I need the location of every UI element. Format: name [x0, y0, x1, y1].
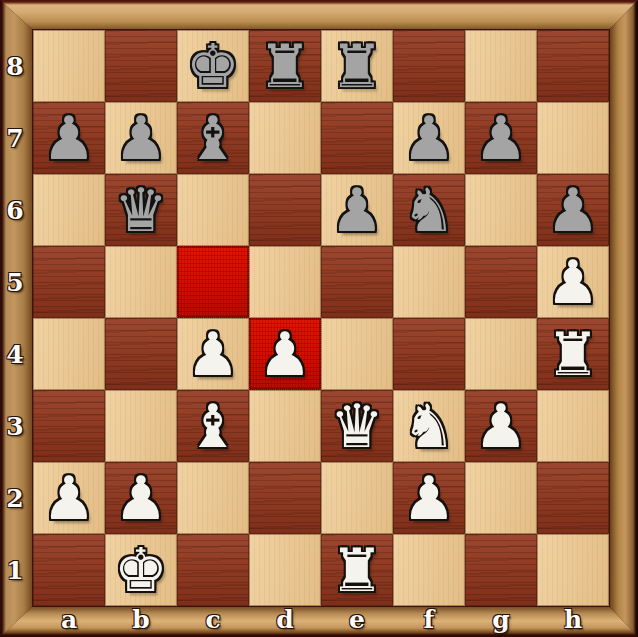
- square-g8[interactable]: [465, 30, 537, 102]
- piece-white-bishop[interactable]: ♝: [177, 390, 249, 462]
- piece-white-pawn[interactable]: ♟: [105, 462, 177, 534]
- square-e6[interactable]: ♟: [321, 174, 393, 246]
- square-a1[interactable]: [33, 534, 105, 606]
- square-f4[interactable]: [393, 318, 465, 390]
- square-b4[interactable]: [105, 318, 177, 390]
- file-label-g: g: [465, 604, 537, 634]
- piece-white-queen[interactable]: ♛: [321, 390, 393, 462]
- rank-label-4: 4: [0, 318, 30, 390]
- square-c2[interactable]: [177, 462, 249, 534]
- piece-black-queen[interactable]: ♛: [105, 174, 177, 246]
- square-e1[interactable]: ♜: [321, 534, 393, 606]
- piece-black-pawn[interactable]: ♟: [465, 102, 537, 174]
- chess-board[interactable]: ♚♜♜♟♟♝♟♟♛♟♞♟♟♟♟♜♝♛♞♟♟♟♟♚♜: [33, 30, 609, 606]
- file-label-c: c: [177, 604, 249, 634]
- square-h8[interactable]: [537, 30, 609, 102]
- piece-white-pawn[interactable]: ♟: [537, 246, 609, 318]
- piece-black-pawn[interactable]: ♟: [393, 102, 465, 174]
- square-a6[interactable]: [33, 174, 105, 246]
- square-d7[interactable]: [249, 102, 321, 174]
- square-a4[interactable]: [33, 318, 105, 390]
- square-d2[interactable]: [249, 462, 321, 534]
- square-a3[interactable]: [33, 390, 105, 462]
- square-a7[interactable]: ♟: [33, 102, 105, 174]
- square-f1[interactable]: [393, 534, 465, 606]
- piece-black-rook[interactable]: ♜: [249, 30, 321, 102]
- square-d6[interactable]: [249, 174, 321, 246]
- square-g4[interactable]: [465, 318, 537, 390]
- square-c7[interactable]: ♝: [177, 102, 249, 174]
- square-g2[interactable]: [465, 462, 537, 534]
- square-f7[interactable]: ♟: [393, 102, 465, 174]
- square-g5[interactable]: [465, 246, 537, 318]
- rank-label-1: 1: [0, 534, 30, 606]
- square-b7[interactable]: ♟: [105, 102, 177, 174]
- square-e7[interactable]: [321, 102, 393, 174]
- piece-white-pawn[interactable]: ♟: [33, 462, 105, 534]
- square-d4[interactable]: ♟: [249, 318, 321, 390]
- square-e8[interactable]: ♜: [321, 30, 393, 102]
- file-label-b: b: [105, 604, 177, 634]
- rank-label-6: 6: [0, 174, 30, 246]
- piece-black-pawn[interactable]: ♟: [33, 102, 105, 174]
- square-g3[interactable]: ♟: [465, 390, 537, 462]
- square-e2[interactable]: [321, 462, 393, 534]
- square-e5[interactable]: [321, 246, 393, 318]
- piece-black-king[interactable]: ♚: [177, 30, 249, 102]
- rank-label-8: 8: [0, 30, 30, 102]
- square-e3[interactable]: ♛: [321, 390, 393, 462]
- file-labels: abcdefgh: [33, 604, 609, 634]
- piece-white-rook[interactable]: ♜: [321, 534, 393, 606]
- piece-black-rook[interactable]: ♜: [321, 30, 393, 102]
- square-b8[interactable]: [105, 30, 177, 102]
- square-b1[interactable]: ♚: [105, 534, 177, 606]
- square-f5[interactable]: [393, 246, 465, 318]
- square-b6[interactable]: ♛: [105, 174, 177, 246]
- square-c3[interactable]: ♝: [177, 390, 249, 462]
- square-d8[interactable]: ♜: [249, 30, 321, 102]
- square-f2[interactable]: ♟: [393, 462, 465, 534]
- square-c1[interactable]: [177, 534, 249, 606]
- square-h6[interactable]: ♟: [537, 174, 609, 246]
- square-h7[interactable]: [537, 102, 609, 174]
- piece-black-bishop[interactable]: ♝: [177, 102, 249, 174]
- square-h3[interactable]: [537, 390, 609, 462]
- rank-label-7: 7: [0, 102, 30, 174]
- piece-white-pawn[interactable]: ♟: [393, 462, 465, 534]
- square-f8[interactable]: [393, 30, 465, 102]
- piece-white-rook[interactable]: ♜: [537, 318, 609, 390]
- square-e4[interactable]: [321, 318, 393, 390]
- square-c4[interactable]: ♟: [177, 318, 249, 390]
- rank-label-3: 3: [0, 390, 30, 462]
- piece-white-pawn[interactable]: ♟: [465, 390, 537, 462]
- square-g7[interactable]: ♟: [465, 102, 537, 174]
- square-g6[interactable]: [465, 174, 537, 246]
- square-a5[interactable]: [33, 246, 105, 318]
- piece-white-pawn[interactable]: ♟: [177, 318, 249, 390]
- file-label-e: e: [321, 604, 393, 634]
- piece-white-knight[interactable]: ♞: [393, 390, 465, 462]
- piece-black-knight[interactable]: ♞: [393, 174, 465, 246]
- square-c5[interactable]: [177, 246, 249, 318]
- file-label-a: a: [33, 604, 105, 634]
- square-f6[interactable]: ♞: [393, 174, 465, 246]
- file-label-d: d: [249, 604, 321, 634]
- square-a2[interactable]: ♟: [33, 462, 105, 534]
- piece-black-pawn[interactable]: ♟: [321, 174, 393, 246]
- rank-label-5: 5: [0, 246, 30, 318]
- piece-white-king[interactable]: ♚: [105, 534, 177, 606]
- square-d5[interactable]: [249, 246, 321, 318]
- square-h5[interactable]: ♟: [537, 246, 609, 318]
- square-h4[interactable]: ♜: [537, 318, 609, 390]
- piece-white-pawn[interactable]: ♟: [250, 319, 320, 389]
- square-a8[interactable]: [33, 30, 105, 102]
- piece-black-pawn[interactable]: ♟: [537, 174, 609, 246]
- square-c8[interactable]: ♚: [177, 30, 249, 102]
- square-d1[interactable]: [249, 534, 321, 606]
- rank-labels: 87654321: [0, 30, 30, 606]
- square-f3[interactable]: ♞: [393, 390, 465, 462]
- square-b5[interactable]: [105, 246, 177, 318]
- square-h1[interactable]: [537, 534, 609, 606]
- square-h2[interactable]: [537, 462, 609, 534]
- square-c6[interactable]: [177, 174, 249, 246]
- file-label-h: h: [537, 604, 609, 634]
- square-d3[interactable]: [249, 390, 321, 462]
- chess-app-window: 87654321 abcdefgh ♚♜♜♟♟♝♟♟♛♟♞♟♟♟♟♜♝♛♞♟♟♟…: [0, 0, 638, 637]
- square-b2[interactable]: ♟: [105, 462, 177, 534]
- board-frame-top: [0, 0, 638, 30]
- square-g1[interactable]: [465, 534, 537, 606]
- rank-label-2: 2: [0, 462, 30, 534]
- file-label-f: f: [393, 604, 465, 634]
- piece-black-pawn[interactable]: ♟: [105, 102, 177, 174]
- square-b3[interactable]: [105, 390, 177, 462]
- board-frame-right: [609, 0, 638, 637]
